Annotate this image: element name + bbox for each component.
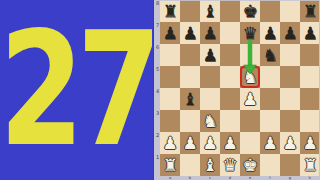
square-b3[interactable]: [180, 110, 200, 132]
square-b1[interactable]: [180, 154, 200, 176]
square-h4[interactable]: [300, 88, 320, 110]
chess-board-panel: 87654321 ♜♝♚♜♟♟♟♛♟♟♟♟♞♞♝♟♞♟♟♟♟♟♟♟♜♝♛♚♜ a…: [153, 0, 320, 180]
square-g7[interactable]: ♟: [280, 22, 300, 44]
square-e1[interactable]: ♚: [240, 154, 260, 176]
square-c6[interactable]: ♟: [200, 44, 220, 66]
piece-black-pawn: ♟: [202, 25, 217, 42]
square-g3[interactable]: [280, 110, 300, 132]
video-frame: 27 87654321 ♜♝♚♜♟♟♟♛♟♟♟♟♞♞♝♟♞♟♟♟♟♟♟♟♜♝♛♚…: [0, 0, 320, 180]
file-label: f: [264, 177, 276, 179]
square-a5[interactable]: [160, 66, 180, 88]
square-a4[interactable]: [160, 88, 180, 110]
piece-white-pawn: ♟: [222, 135, 237, 152]
piece-white-pawn: ♟: [162, 135, 177, 152]
square-a1[interactable]: ♜: [160, 154, 180, 176]
piece-white-king: ♚: [242, 157, 257, 174]
square-d8[interactable]: [220, 0, 240, 22]
square-h2[interactable]: ♟: [300, 132, 320, 154]
square-e5[interactable]: ♞: [240, 66, 260, 88]
file-coordinates: abcdefgh: [160, 176, 320, 180]
square-c1[interactable]: ♝: [200, 154, 220, 176]
square-f2[interactable]: ♟: [260, 132, 280, 154]
chess-board: ♜♝♚♜♟♟♟♛♟♟♟♟♞♞♝♟♞♟♟♟♟♟♟♟♜♝♛♚♜: [160, 0, 320, 176]
square-g1[interactable]: [280, 154, 300, 176]
square-c5[interactable]: [200, 66, 220, 88]
file-label: b: [184, 177, 196, 179]
square-f7[interactable]: ♟: [260, 22, 280, 44]
square-e2[interactable]: [240, 132, 260, 154]
piece-white-rook: ♜: [162, 157, 177, 174]
board-frame-top: [154, 0, 320, 1]
square-e4[interactable]: ♟: [240, 88, 260, 110]
square-d2[interactable]: ♟: [220, 132, 240, 154]
square-g5[interactable]: [280, 66, 300, 88]
square-h6[interactable]: [300, 44, 320, 66]
square-d1[interactable]: ♛: [220, 154, 240, 176]
square-f1[interactable]: [260, 154, 280, 176]
square-d7[interactable]: [220, 22, 240, 44]
square-h5[interactable]: [300, 66, 320, 88]
piece-white-bishop: ♝: [202, 157, 217, 174]
square-c3[interactable]: ♞: [200, 110, 220, 132]
file-label: g: [284, 177, 296, 179]
square-f4[interactable]: [260, 88, 280, 110]
piece-black-pawn: ♟: [302, 25, 317, 42]
square-a2[interactable]: ♟: [160, 132, 180, 154]
piece-white-pawn: ♟: [262, 135, 277, 152]
square-b5[interactable]: [180, 66, 200, 88]
piece-black-knight: ♞: [262, 47, 277, 64]
square-b4[interactable]: ♝: [180, 88, 200, 110]
piece-black-bishop: ♝: [202, 3, 217, 20]
square-a6[interactable]: [160, 44, 180, 66]
piece-black-queen: ♛: [242, 25, 257, 42]
piece-black-pawn: ♟: [282, 25, 297, 42]
piece-white-pawn: ♟: [242, 91, 257, 108]
square-c7[interactable]: ♟: [200, 22, 220, 44]
piece-black-rook: ♜: [162, 3, 177, 20]
piece-white-knight: ♞: [242, 69, 257, 86]
square-b6[interactable]: [180, 44, 200, 66]
square-c2[interactable]: ♟: [200, 132, 220, 154]
board-area: ♜♝♚♜♟♟♟♛♟♟♟♟♞♞♝♟♞♟♟♟♟♟♟♟♜♝♛♚♜: [160, 0, 320, 176]
piece-black-king: ♚: [242, 3, 257, 20]
square-e8[interactable]: ♚: [240, 0, 260, 22]
square-g8[interactable]: [280, 0, 300, 22]
square-g6[interactable]: [280, 44, 300, 66]
square-f3[interactable]: [260, 110, 280, 132]
square-b7[interactable]: ♟: [180, 22, 200, 44]
square-f6[interactable]: ♞: [260, 44, 280, 66]
piece-white-knight: ♞: [202, 113, 217, 130]
file-label: d: [224, 177, 236, 179]
piece-black-pawn: ♟: [182, 25, 197, 42]
square-a3[interactable]: [160, 110, 180, 132]
square-c8[interactable]: ♝: [200, 0, 220, 22]
piece-black-pawn: ♟: [162, 25, 177, 42]
piece-white-rook: ♜: [302, 157, 317, 174]
piece-black-pawn: ♟: [262, 25, 277, 42]
square-d4[interactable]: [220, 88, 240, 110]
square-e6[interactable]: [240, 44, 260, 66]
square-b2[interactable]: ♟: [180, 132, 200, 154]
square-d6[interactable]: [220, 44, 240, 66]
piece-white-pawn: ♟: [282, 135, 297, 152]
square-h7[interactable]: ♟: [300, 22, 320, 44]
file-label: h: [304, 177, 316, 179]
piece-white-pawn: ♟: [202, 135, 217, 152]
square-a7[interactable]: ♟: [160, 22, 180, 44]
square-g2[interactable]: ♟: [280, 132, 300, 154]
square-d3[interactable]: [220, 110, 240, 132]
square-c4[interactable]: [200, 88, 220, 110]
square-d5[interactable]: [220, 66, 240, 88]
square-h3[interactable]: [300, 110, 320, 132]
square-b8[interactable]: [180, 0, 200, 22]
square-h1[interactable]: ♜: [300, 154, 320, 176]
square-f8[interactable]: [260, 0, 280, 22]
piece-white-pawn: ♟: [182, 135, 197, 152]
square-g4[interactable]: [280, 88, 300, 110]
piece-black-rook: ♜: [302, 3, 317, 20]
piece-black-pawn: ♟: [202, 47, 217, 64]
counter-number: 27: [17, 0, 137, 180]
square-a8[interactable]: ♜: [160, 0, 180, 22]
file-label: e: [244, 177, 256, 179]
square-e7[interactable]: ♛: [240, 22, 260, 44]
square-e3[interactable]: [240, 110, 260, 132]
square-f5[interactable]: [260, 66, 280, 88]
file-label: c: [204, 177, 216, 179]
piece-white-queen: ♛: [222, 157, 237, 174]
piece-black-bishop: ♝: [182, 91, 197, 108]
file-label: a: [164, 177, 176, 179]
square-h8[interactable]: ♜: [300, 0, 320, 22]
piece-white-pawn: ♟: [302, 135, 317, 152]
